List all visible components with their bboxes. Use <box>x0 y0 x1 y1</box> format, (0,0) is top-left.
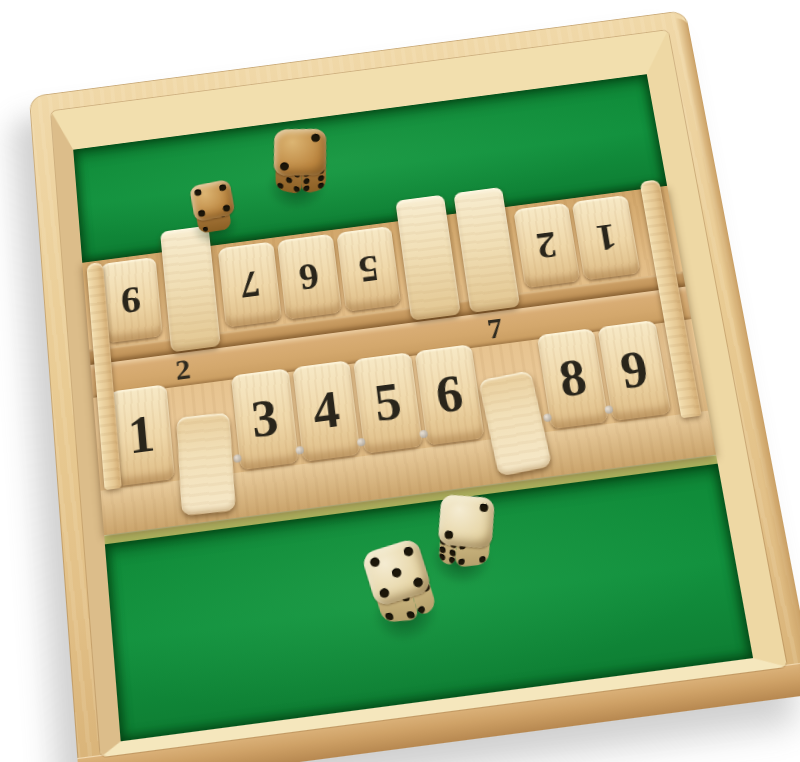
die-pip <box>445 531 454 540</box>
die-near-right-showing-2[interactable] <box>436 494 495 567</box>
die-pip <box>218 184 226 192</box>
die-pip <box>198 210 206 218</box>
die-pip <box>402 545 414 557</box>
die-pip <box>293 186 299 193</box>
die-pip <box>412 577 424 589</box>
die-far-large-showing-2[interactable] <box>273 129 326 193</box>
die-pip <box>202 227 208 232</box>
die-pip <box>222 205 230 213</box>
product-photo-background: 976521 123456789 <box>0 0 800 762</box>
die-pip <box>304 178 310 185</box>
die-pip <box>440 545 447 553</box>
die-pip <box>479 556 486 563</box>
die-top-face <box>438 494 495 549</box>
die-pip <box>318 182 324 189</box>
dice-layer <box>73 74 753 741</box>
die-pip <box>318 175 324 182</box>
die-pip <box>449 556 456 564</box>
die-pip <box>280 162 289 170</box>
die-pip <box>439 553 446 561</box>
die-pip <box>311 134 320 142</box>
die-top-face <box>274 129 327 176</box>
well-inner: 976521 123456789 <box>73 74 753 741</box>
die-pip <box>278 182 284 189</box>
shut-the-box-game-box: 976521 123456789 <box>29 10 800 762</box>
die-pip <box>417 605 426 616</box>
die-near-left-showing-5[interactable] <box>361 537 439 627</box>
die-pip <box>369 556 381 568</box>
die-pip <box>384 612 394 620</box>
box-tilt-wrapper: 976521 123456789 <box>9 0 791 762</box>
die-pip <box>391 566 403 578</box>
die-pip <box>286 177 292 184</box>
die-pip <box>379 588 391 600</box>
die-pip <box>458 558 465 565</box>
die-pip <box>194 189 202 197</box>
die-pip <box>479 503 488 512</box>
die-pip <box>303 185 309 192</box>
die-pip <box>406 611 416 619</box>
die-far-small-showing-4[interactable] <box>189 179 238 235</box>
box-well: 976521 123456789 <box>51 30 787 757</box>
